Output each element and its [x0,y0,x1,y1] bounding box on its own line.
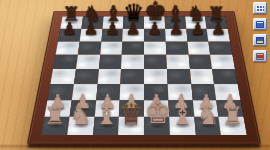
piece-white-rook[interactable]: ♜ [42,104,67,129]
piece-black-pawn[interactable]: ♟ [123,20,144,37]
square-b6[interactable] [78,41,101,54]
chess-board-frame: ♜♞♝♛♚♝♞♜♟♟♟♟♟♟♟♟♟♟♟♟♟♟♟♟♜♞♝♛♚♝♞♜ [27,11,261,144]
piece-black-pawn[interactable]: ♟ [165,20,186,37]
square-e4[interactable] [144,69,167,84]
piece-black-pawn[interactable]: ♟ [80,20,101,37]
chess-board[interactable]: ♜♞♝♛♚♝♞♜♟♟♟♟♟♟♟♟♟♟♟♟♟♟♟♟♜♞♝♛♚♝♞♜ [41,17,247,136]
new-game-button[interactable] [253,2,267,14]
square-b4[interactable] [74,69,99,84]
square-c4[interactable] [97,69,121,84]
view-board-button[interactable] [253,18,267,30]
board-scene: ♜♞♝♛♚♝♞♜♟♟♟♟♟♟♟♟♟♟♟♟♟♟♟♟♜♞♝♛♚♝♞♜ [0,0,270,150]
piece-white-rook[interactable]: ♜ [220,104,245,129]
piece-white-king[interactable]: ♚ [144,98,169,129]
square-f4[interactable] [167,69,191,84]
square-d4[interactable] [121,69,144,84]
square-g5[interactable] [188,55,212,69]
square-c6[interactable] [100,41,123,54]
piece-white-bishop[interactable]: ♝ [169,103,194,129]
save-game-button[interactable] [253,34,267,46]
piece-black-pawn[interactable]: ♟ [187,20,208,37]
square-b5[interactable] [76,55,100,69]
square-h6[interactable] [209,41,233,54]
square-f5[interactable] [166,55,189,69]
piece-white-bishop[interactable]: ♝ [93,103,118,129]
piece-black-pawn[interactable]: ♟ [144,20,165,37]
square-c5[interactable] [99,55,122,69]
board-grid-icon [256,5,264,12]
square-e6[interactable] [144,41,166,54]
wooden-table: ♜♞♝♛♚♝♞♜♟♟♟♟♟♟♟♟♟♟♟♟♟♟♟♟♜♞♝♛♚♝♞♜ [0,0,270,150]
toolbar [253,2,267,62]
square-a5[interactable] [53,55,78,69]
exit-icon [256,53,264,60]
square-g6[interactable] [187,41,210,54]
piece-white-knight[interactable]: ♞ [195,103,220,129]
square-d5[interactable] [121,55,144,69]
exit-button[interactable] [253,50,267,62]
window-icon [256,21,264,28]
piece-white-knight[interactable]: ♞ [68,103,93,129]
save-icon [256,37,264,44]
square-d6[interactable] [122,41,144,54]
piece-black-pawn[interactable]: ♟ [101,20,122,37]
square-a4[interactable] [50,69,75,84]
square-h4[interactable] [212,69,237,84]
square-g4[interactable] [190,69,215,84]
square-h5[interactable] [210,55,235,69]
square-e5[interactable] [144,55,167,69]
piece-white-queen[interactable]: ♛ [119,100,144,129]
square-f6[interactable] [166,41,189,54]
piece-black-pawn[interactable]: ♟ [59,20,80,37]
piece-black-pawn[interactable]: ♟ [208,20,229,37]
square-a6[interactable] [56,41,80,54]
